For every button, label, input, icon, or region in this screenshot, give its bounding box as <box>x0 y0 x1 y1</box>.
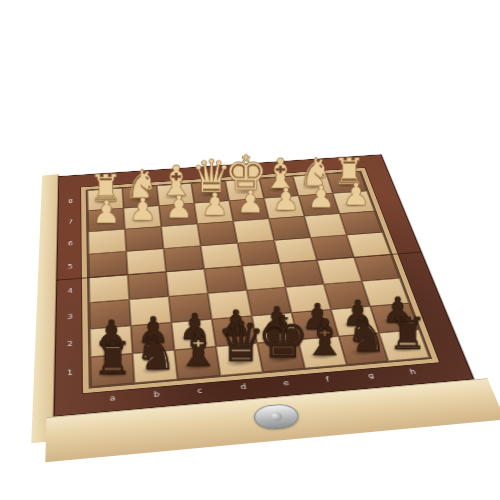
square-d6[interactable] <box>197 221 237 246</box>
square-c1[interactable]: ♝ <box>174 347 220 380</box>
piece-black-rook[interactable]: ♜ <box>388 311 428 355</box>
file-label-b: b <box>153 391 159 398</box>
piece-white-pawn[interactable]: ♟ <box>272 184 300 215</box>
file-label-c: c <box>197 388 203 395</box>
piece-white-pawn[interactable]: ♟ <box>307 181 335 212</box>
square-a6[interactable] <box>88 229 126 254</box>
piece-white-pawn[interactable]: ♟ <box>129 194 157 225</box>
square-d5[interactable] <box>201 243 242 269</box>
piece-black-queen[interactable]: ♛ <box>216 315 265 370</box>
square-c6[interactable] <box>161 224 200 249</box>
file-label-g: g <box>367 373 375 380</box>
square-h6[interactable] <box>340 211 383 235</box>
chess-grid: ♜♞♝♛♚♝♞♜♟♟♟♟♟♟♟♟♟♟♟♟♟♟♟♟♜♞♝♛♚♝♞♜ <box>88 172 430 387</box>
square-e6[interactable] <box>233 219 274 243</box>
piece-black-bishop[interactable]: ♝ <box>176 323 221 374</box>
square-c7[interactable]: ♟ <box>159 203 197 226</box>
piece-black-rook[interactable]: ♜ <box>92 336 133 381</box>
square-b6[interactable] <box>125 227 164 252</box>
piece-black-bishop[interactable]: ♝ <box>302 313 347 363</box>
square-a4[interactable] <box>89 275 129 303</box>
clasp-latch[interactable] <box>252 403 301 431</box>
chess-board-3d: ♜♞♝♛♚♝♞♜♟♟♟♟♟♟♟♟♟♟♟♟♟♟♟♟♜♞♝♛♚♝♞♜ 8765432… <box>54 154 475 416</box>
rank-label-4: 4 <box>68 289 73 295</box>
square-a1[interactable]: ♜ <box>90 354 134 387</box>
piece-black-knight[interactable]: ♞ <box>134 330 177 377</box>
square-f5[interactable] <box>274 238 317 264</box>
square-h4[interactable] <box>354 255 400 282</box>
piece-white-pawn[interactable]: ♟ <box>201 189 229 220</box>
file-label-e: e <box>283 380 290 387</box>
square-b7[interactable]: ♟ <box>124 206 162 230</box>
file-label-f: f <box>325 377 330 384</box>
piece-white-pawn[interactable]: ♟ <box>92 196 120 228</box>
square-g4[interactable] <box>317 257 362 284</box>
square-h7[interactable]: ♟ <box>333 191 375 214</box>
square-b4[interactable] <box>128 272 169 300</box>
square-d7[interactable]: ♟ <box>194 201 233 224</box>
square-b1[interactable]: ♞ <box>133 350 178 383</box>
product-photo: ♜♞♝♛♚♝♞♜♟♟♟♟♟♟♟♟♟♟♟♟♟♟♟♟♜♞♝♛♚♝♞♜ 8765432… <box>0 0 500 500</box>
square-f7[interactable]: ♟ <box>264 196 304 219</box>
rank-label-6: 6 <box>68 242 73 247</box>
rank-label-8: 8 <box>68 199 73 204</box>
rank-label-1: 1 <box>67 370 73 377</box>
square-g7[interactable]: ♟ <box>298 193 339 216</box>
square-c5[interactable] <box>164 246 205 272</box>
rank-label-3: 3 <box>67 314 72 320</box>
square-f4[interactable] <box>280 260 324 287</box>
file-label-d: d <box>240 384 247 391</box>
piece-white-pawn[interactable]: ♟ <box>165 191 193 222</box>
square-e4[interactable] <box>242 263 285 290</box>
square-e7[interactable]: ♟ <box>229 198 269 221</box>
board-frame: ♜♞♝♛♚♝♞♜♟♟♟♟♟♟♟♟♟♟♟♟♟♟♟♟♜♞♝♛♚♝♞♜ 8765432… <box>54 154 475 416</box>
piece-white-pawn[interactable]: ♟ <box>237 186 265 217</box>
square-d1[interactable]: ♛ <box>216 343 263 376</box>
piece-white-pawn[interactable]: ♟ <box>342 179 370 210</box>
rank-label-2: 2 <box>67 341 73 347</box>
square-a7[interactable]: ♟ <box>88 208 125 232</box>
file-label-a: a <box>110 395 116 402</box>
file-label-h: h <box>409 369 417 376</box>
square-f6[interactable] <box>269 216 311 240</box>
piece-black-knight[interactable]: ♞ <box>346 313 388 360</box>
square-d4[interactable] <box>204 266 247 293</box>
clasp-knob-icon <box>270 412 283 422</box>
square-c4[interactable] <box>166 269 208 297</box>
rank-label-5: 5 <box>68 265 73 270</box>
rank-label-7: 7 <box>68 220 73 225</box>
square-b5[interactable] <box>126 249 166 275</box>
board-scene: ♜♞♝♛♚♝♞♜♟♟♟♟♟♟♟♟♟♟♟♟♟♟♟♟♜♞♝♛♚♝♞♜ 8765432… <box>58 82 426 450</box>
